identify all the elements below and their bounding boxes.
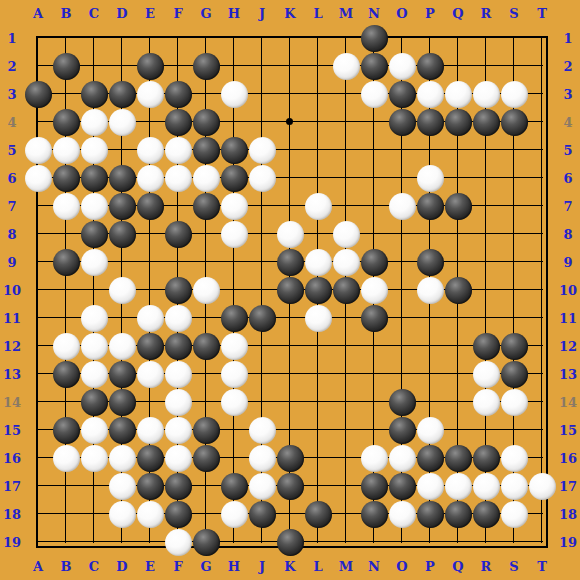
board-point-K12[interactable] — [276, 332, 304, 360]
board-point-D9[interactable] — [108, 248, 136, 276]
board-point-A7[interactable] — [24, 192, 52, 220]
board-point-A14[interactable] — [24, 388, 52, 416]
board-point-T19[interactable] — [528, 528, 556, 556]
board-point-K19[interactable] — [276, 528, 304, 556]
board-point-R17[interactable] — [472, 472, 500, 500]
board-point-Q5[interactable] — [444, 136, 472, 164]
board-point-D5[interactable] — [108, 136, 136, 164]
board-point-R1[interactable] — [472, 24, 500, 52]
board-point-H6[interactable] — [220, 164, 248, 192]
board-point-N11[interactable] — [360, 304, 388, 332]
board-point-E13[interactable] — [136, 360, 164, 388]
board-point-P7[interactable] — [416, 192, 444, 220]
board-point-N17[interactable] — [360, 472, 388, 500]
board-point-Q13[interactable] — [444, 360, 472, 388]
board-point-P1[interactable] — [416, 24, 444, 52]
board-point-S19[interactable] — [500, 528, 528, 556]
board-point-J11[interactable] — [248, 304, 276, 332]
board-point-T10[interactable] — [528, 276, 556, 304]
board-point-M7[interactable] — [332, 192, 360, 220]
board-point-G15[interactable] — [192, 416, 220, 444]
board-point-K11[interactable] — [276, 304, 304, 332]
board-point-A1[interactable] — [24, 24, 52, 52]
board-point-H1[interactable] — [220, 24, 248, 52]
board-point-K4[interactable] — [276, 108, 304, 136]
board-point-E14[interactable] — [136, 388, 164, 416]
board-point-B5[interactable] — [52, 136, 80, 164]
board-point-E18[interactable] — [136, 500, 164, 528]
board-point-J8[interactable] — [248, 220, 276, 248]
board-point-H9[interactable] — [220, 248, 248, 276]
board-point-L8[interactable] — [304, 220, 332, 248]
board-point-G16[interactable] — [192, 444, 220, 472]
board-point-B10[interactable] — [52, 276, 80, 304]
board-point-K1[interactable] — [276, 24, 304, 52]
board-point-D3[interactable] — [108, 80, 136, 108]
board-point-O11[interactable] — [388, 304, 416, 332]
board-point-P6[interactable] — [416, 164, 444, 192]
board-point-P18[interactable] — [416, 500, 444, 528]
board-point-S11[interactable] — [500, 304, 528, 332]
board-point-M4[interactable] — [332, 108, 360, 136]
board-point-A2[interactable] — [24, 52, 52, 80]
board-point-K16[interactable] — [276, 444, 304, 472]
board-point-B18[interactable] — [52, 500, 80, 528]
board-point-T6[interactable] — [528, 164, 556, 192]
board-point-G19[interactable] — [192, 528, 220, 556]
board-point-P15[interactable] — [416, 416, 444, 444]
board-point-A16[interactable] — [24, 444, 52, 472]
board-point-J5[interactable] — [248, 136, 276, 164]
board-point-D4[interactable] — [108, 108, 136, 136]
board-point-G3[interactable] — [192, 80, 220, 108]
board-point-N16[interactable] — [360, 444, 388, 472]
board-point-C12[interactable] — [80, 332, 108, 360]
board-point-G1[interactable] — [192, 24, 220, 52]
board-point-E16[interactable] — [136, 444, 164, 472]
board-point-B4[interactable] — [52, 108, 80, 136]
board-point-Q16[interactable] — [444, 444, 472, 472]
board-point-B9[interactable] — [52, 248, 80, 276]
board-point-Q7[interactable] — [444, 192, 472, 220]
board-point-A18[interactable] — [24, 500, 52, 528]
board-point-P12[interactable] — [416, 332, 444, 360]
board-point-R12[interactable] — [472, 332, 500, 360]
board-point-S2[interactable] — [500, 52, 528, 80]
board-point-B13[interactable] — [52, 360, 80, 388]
board-point-R10[interactable] — [472, 276, 500, 304]
board-point-R8[interactable] — [472, 220, 500, 248]
board-point-F5[interactable] — [164, 136, 192, 164]
board-point-L15[interactable] — [304, 416, 332, 444]
board-point-G5[interactable] — [192, 136, 220, 164]
board-point-L19[interactable] — [304, 528, 332, 556]
board-point-K13[interactable] — [276, 360, 304, 388]
board-point-B12[interactable] — [52, 332, 80, 360]
board-point-M6[interactable] — [332, 164, 360, 192]
board-point-B16[interactable] — [52, 444, 80, 472]
board-point-N13[interactable] — [360, 360, 388, 388]
board-point-S14[interactable] — [500, 388, 528, 416]
board-point-R2[interactable] — [472, 52, 500, 80]
board-point-G17[interactable] — [192, 472, 220, 500]
board-point-T16[interactable] — [528, 444, 556, 472]
board-point-T14[interactable] — [528, 388, 556, 416]
board-point-N12[interactable] — [360, 332, 388, 360]
board-point-K3[interactable] — [276, 80, 304, 108]
board-point-C7[interactable] — [80, 192, 108, 220]
board-point-D13[interactable] — [108, 360, 136, 388]
board-point-C5[interactable] — [80, 136, 108, 164]
board-point-R5[interactable] — [472, 136, 500, 164]
board-point-K14[interactable] — [276, 388, 304, 416]
board-point-S16[interactable] — [500, 444, 528, 472]
board-point-F9[interactable] — [164, 248, 192, 276]
board-point-T11[interactable] — [528, 304, 556, 332]
board-point-R11[interactable] — [472, 304, 500, 332]
board-point-K6[interactable] — [276, 164, 304, 192]
board-point-J16[interactable] — [248, 444, 276, 472]
board-point-L17[interactable] — [304, 472, 332, 500]
board-point-Q18[interactable] — [444, 500, 472, 528]
board-point-N10[interactable] — [360, 276, 388, 304]
board-point-T2[interactable] — [528, 52, 556, 80]
board-point-K18[interactable] — [276, 500, 304, 528]
board-point-L12[interactable] — [304, 332, 332, 360]
board-point-H5[interactable] — [220, 136, 248, 164]
board-point-L9[interactable] — [304, 248, 332, 276]
board-point-T1[interactable] — [528, 24, 556, 52]
board-point-M1[interactable] — [332, 24, 360, 52]
board-point-Q10[interactable] — [444, 276, 472, 304]
board-point-L16[interactable] — [304, 444, 332, 472]
board-point-Q15[interactable] — [444, 416, 472, 444]
board-point-Q14[interactable] — [444, 388, 472, 416]
board-point-M18[interactable] — [332, 500, 360, 528]
board-point-H15[interactable] — [220, 416, 248, 444]
board-point-L14[interactable] — [304, 388, 332, 416]
board-point-H12[interactable] — [220, 332, 248, 360]
board-point-P5[interactable] — [416, 136, 444, 164]
board-point-P14[interactable] — [416, 388, 444, 416]
board-point-N9[interactable] — [360, 248, 388, 276]
board-point-N5[interactable] — [360, 136, 388, 164]
board-point-E17[interactable] — [136, 472, 164, 500]
board-point-B15[interactable] — [52, 416, 80, 444]
board-point-F13[interactable] — [164, 360, 192, 388]
board-point-F11[interactable] — [164, 304, 192, 332]
board-point-N4[interactable] — [360, 108, 388, 136]
board-point-E3[interactable] — [136, 80, 164, 108]
board-point-A13[interactable] — [24, 360, 52, 388]
board-point-M11[interactable] — [332, 304, 360, 332]
board-point-E6[interactable] — [136, 164, 164, 192]
board-point-P11[interactable] — [416, 304, 444, 332]
board-point-J10[interactable] — [248, 276, 276, 304]
board-point-E8[interactable] — [136, 220, 164, 248]
board-point-C1[interactable] — [80, 24, 108, 52]
board-point-G11[interactable] — [192, 304, 220, 332]
board-point-G6[interactable] — [192, 164, 220, 192]
board-point-Q1[interactable] — [444, 24, 472, 52]
board-point-F3[interactable] — [164, 80, 192, 108]
board-point-A10[interactable] — [24, 276, 52, 304]
board-point-Q11[interactable] — [444, 304, 472, 332]
board-point-D6[interactable] — [108, 164, 136, 192]
board-point-R16[interactable] — [472, 444, 500, 472]
board-point-M9[interactable] — [332, 248, 360, 276]
board-point-J4[interactable] — [248, 108, 276, 136]
board-point-T4[interactable] — [528, 108, 556, 136]
board-point-A9[interactable] — [24, 248, 52, 276]
board-point-S5[interactable] — [500, 136, 528, 164]
board-point-K7[interactable] — [276, 192, 304, 220]
board-point-P17[interactable] — [416, 472, 444, 500]
board-point-T12[interactable] — [528, 332, 556, 360]
board-point-P2[interactable] — [416, 52, 444, 80]
board-point-O12[interactable] — [388, 332, 416, 360]
board-point-R18[interactable] — [472, 500, 500, 528]
board-point-E7[interactable] — [136, 192, 164, 220]
board-point-R6[interactable] — [472, 164, 500, 192]
board-point-S9[interactable] — [500, 248, 528, 276]
board-point-S12[interactable] — [500, 332, 528, 360]
board-point-N1[interactable] — [360, 24, 388, 52]
board-point-L10[interactable] — [304, 276, 332, 304]
board-point-E4[interactable] — [136, 108, 164, 136]
board-point-B1[interactable] — [52, 24, 80, 52]
board-point-B14[interactable] — [52, 388, 80, 416]
board-point-O14[interactable] — [388, 388, 416, 416]
board-point-F6[interactable] — [164, 164, 192, 192]
board-point-C10[interactable] — [80, 276, 108, 304]
board-point-R15[interactable] — [472, 416, 500, 444]
board-point-G2[interactable] — [192, 52, 220, 80]
board-point-F19[interactable] — [164, 528, 192, 556]
board-point-Q3[interactable] — [444, 80, 472, 108]
board-point-D17[interactable] — [108, 472, 136, 500]
board-point-O9[interactable] — [388, 248, 416, 276]
board-point-E11[interactable] — [136, 304, 164, 332]
board-point-Q17[interactable] — [444, 472, 472, 500]
board-point-C16[interactable] — [80, 444, 108, 472]
board-point-K17[interactable] — [276, 472, 304, 500]
board-point-P10[interactable] — [416, 276, 444, 304]
board-point-F12[interactable] — [164, 332, 192, 360]
board-point-H10[interactable] — [220, 276, 248, 304]
board-point-T9[interactable] — [528, 248, 556, 276]
board-point-C14[interactable] — [80, 388, 108, 416]
board-point-R4[interactable] — [472, 108, 500, 136]
board-point-J14[interactable] — [248, 388, 276, 416]
board-point-M17[interactable] — [332, 472, 360, 500]
board-point-H18[interactable] — [220, 500, 248, 528]
board-point-S15[interactable] — [500, 416, 528, 444]
board-point-J3[interactable] — [248, 80, 276, 108]
board-point-J6[interactable] — [248, 164, 276, 192]
board-point-D2[interactable] — [108, 52, 136, 80]
board-point-R9[interactable] — [472, 248, 500, 276]
board-point-J19[interactable] — [248, 528, 276, 556]
board-point-M3[interactable] — [332, 80, 360, 108]
board-point-D1[interactable] — [108, 24, 136, 52]
board-point-O4[interactable] — [388, 108, 416, 136]
board-point-A15[interactable] — [24, 416, 52, 444]
board-point-O17[interactable] — [388, 472, 416, 500]
board-point-S6[interactable] — [500, 164, 528, 192]
board-point-B3[interactable] — [52, 80, 80, 108]
board-point-F15[interactable] — [164, 416, 192, 444]
board-point-O3[interactable] — [388, 80, 416, 108]
board-point-E12[interactable] — [136, 332, 164, 360]
board-point-K2[interactable] — [276, 52, 304, 80]
board-point-Q4[interactable] — [444, 108, 472, 136]
board-point-S18[interactable] — [500, 500, 528, 528]
board-point-D16[interactable] — [108, 444, 136, 472]
board-point-C9[interactable] — [80, 248, 108, 276]
board-point-F1[interactable] — [164, 24, 192, 52]
board-point-O1[interactable] — [388, 24, 416, 52]
board-point-A8[interactable] — [24, 220, 52, 248]
board-point-T18[interactable] — [528, 500, 556, 528]
board-point-A4[interactable] — [24, 108, 52, 136]
board-point-H8[interactable] — [220, 220, 248, 248]
board-point-H19[interactable] — [220, 528, 248, 556]
board-point-J17[interactable] — [248, 472, 276, 500]
board-point-L4[interactable] — [304, 108, 332, 136]
board-point-Q2[interactable] — [444, 52, 472, 80]
board-point-A19[interactable] — [24, 528, 52, 556]
board-point-N19[interactable] — [360, 528, 388, 556]
board-point-R19[interactable] — [472, 528, 500, 556]
board-point-O8[interactable] — [388, 220, 416, 248]
board-point-B8[interactable] — [52, 220, 80, 248]
board-point-O7[interactable] — [388, 192, 416, 220]
board-point-L1[interactable] — [304, 24, 332, 52]
board-point-L5[interactable] — [304, 136, 332, 164]
board-point-K5[interactable] — [276, 136, 304, 164]
board-point-G14[interactable] — [192, 388, 220, 416]
board-point-F17[interactable] — [164, 472, 192, 500]
board-point-J9[interactable] — [248, 248, 276, 276]
board-point-F10[interactable] — [164, 276, 192, 304]
board-point-M16[interactable] — [332, 444, 360, 472]
board-point-B2[interactable] — [52, 52, 80, 80]
board-point-S8[interactable] — [500, 220, 528, 248]
board-point-C18[interactable] — [80, 500, 108, 528]
board-point-M15[interactable] — [332, 416, 360, 444]
board-point-E1[interactable] — [136, 24, 164, 52]
board-point-A3[interactable] — [24, 80, 52, 108]
board-point-N7[interactable] — [360, 192, 388, 220]
board-point-Q6[interactable] — [444, 164, 472, 192]
board-point-O10[interactable] — [388, 276, 416, 304]
board-point-J2[interactable] — [248, 52, 276, 80]
board-point-P8[interactable] — [416, 220, 444, 248]
board-point-K8[interactable] — [276, 220, 304, 248]
board-point-B17[interactable] — [52, 472, 80, 500]
board-point-F14[interactable] — [164, 388, 192, 416]
board-point-G12[interactable] — [192, 332, 220, 360]
board-point-K15[interactable] — [276, 416, 304, 444]
board-point-H14[interactable] — [220, 388, 248, 416]
board-point-D11[interactable] — [108, 304, 136, 332]
board-point-A6[interactable] — [24, 164, 52, 192]
board-point-M19[interactable] — [332, 528, 360, 556]
board-point-T8[interactable] — [528, 220, 556, 248]
board-point-K9[interactable] — [276, 248, 304, 276]
board-point-E10[interactable] — [136, 276, 164, 304]
board-point-F7[interactable] — [164, 192, 192, 220]
board-point-B11[interactable] — [52, 304, 80, 332]
board-point-B6[interactable] — [52, 164, 80, 192]
board-point-M2[interactable] — [332, 52, 360, 80]
board-point-C17[interactable] — [80, 472, 108, 500]
board-point-A17[interactable] — [24, 472, 52, 500]
board-point-M14[interactable] — [332, 388, 360, 416]
board-point-N14[interactable] — [360, 388, 388, 416]
board-point-C2[interactable] — [80, 52, 108, 80]
board-point-O6[interactable] — [388, 164, 416, 192]
board-point-O13[interactable] — [388, 360, 416, 388]
board-point-O18[interactable] — [388, 500, 416, 528]
board-point-J1[interactable] — [248, 24, 276, 52]
board-point-P19[interactable] — [416, 528, 444, 556]
board-point-G8[interactable] — [192, 220, 220, 248]
board-point-C15[interactable] — [80, 416, 108, 444]
board-point-N3[interactable] — [360, 80, 388, 108]
board-point-H17[interactable] — [220, 472, 248, 500]
board-point-L11[interactable] — [304, 304, 332, 332]
board-point-Q8[interactable] — [444, 220, 472, 248]
board-point-L13[interactable] — [304, 360, 332, 388]
board-point-N2[interactable] — [360, 52, 388, 80]
board-point-Q19[interactable] — [444, 528, 472, 556]
board-point-Q12[interactable] — [444, 332, 472, 360]
board-point-J18[interactable] — [248, 500, 276, 528]
board-point-H13[interactable] — [220, 360, 248, 388]
board-point-S13[interactable] — [500, 360, 528, 388]
board-point-O5[interactable] — [388, 136, 416, 164]
board-point-S3[interactable] — [500, 80, 528, 108]
board-point-P16[interactable] — [416, 444, 444, 472]
board-point-R14[interactable] — [472, 388, 500, 416]
board-point-C6[interactable] — [80, 164, 108, 192]
board-point-E9[interactable] — [136, 248, 164, 276]
board-point-O19[interactable] — [388, 528, 416, 556]
board-point-A5[interactable] — [24, 136, 52, 164]
board-point-L18[interactable] — [304, 500, 332, 528]
board-point-G9[interactable] — [192, 248, 220, 276]
board-point-R3[interactable] — [472, 80, 500, 108]
board-point-D7[interactable] — [108, 192, 136, 220]
board-point-C11[interactable] — [80, 304, 108, 332]
board-point-M10[interactable] — [332, 276, 360, 304]
board-point-G13[interactable] — [192, 360, 220, 388]
board-point-H3[interactable] — [220, 80, 248, 108]
board-point-O15[interactable] — [388, 416, 416, 444]
board-point-F8[interactable] — [164, 220, 192, 248]
board-point-F16[interactable] — [164, 444, 192, 472]
board-point-D15[interactable] — [108, 416, 136, 444]
board-point-H7[interactable] — [220, 192, 248, 220]
board-point-A12[interactable] — [24, 332, 52, 360]
board-point-L2[interactable] — [304, 52, 332, 80]
board-point-C8[interactable] — [80, 220, 108, 248]
board-point-P9[interactable] — [416, 248, 444, 276]
board-point-B19[interactable] — [52, 528, 80, 556]
board-point-J13[interactable] — [248, 360, 276, 388]
